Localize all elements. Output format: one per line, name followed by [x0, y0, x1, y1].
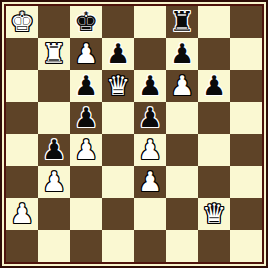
square-g4[interactable] [198, 134, 230, 166]
square-d4[interactable] [102, 134, 134, 166]
square-f7[interactable]: ♟ [166, 38, 198, 70]
square-a5[interactable] [6, 102, 38, 134]
square-d1[interactable] [102, 230, 134, 262]
square-f3[interactable] [166, 166, 198, 198]
square-h5[interactable] [230, 102, 262, 134]
black-king[interactable]: ♚ [74, 6, 98, 38]
square-h2[interactable] [230, 198, 262, 230]
square-d3[interactable] [102, 166, 134, 198]
chess-board: ♚♚♜♜♟♟♟♟♛♟♟♟♟♟♟♟♟♟♟♟♛ [6, 6, 262, 262]
white-pawn[interactable]: ♟ [74, 134, 98, 166]
square-f5[interactable] [166, 102, 198, 134]
square-b2[interactable] [38, 198, 70, 230]
square-c8[interactable]: ♚ [70, 6, 102, 38]
square-d5[interactable] [102, 102, 134, 134]
black-pawn[interactable]: ♟ [202, 70, 226, 102]
square-e5[interactable]: ♟ [134, 102, 166, 134]
square-b1[interactable] [38, 230, 70, 262]
square-f6[interactable]: ♟ [166, 70, 198, 102]
square-c7[interactable]: ♟ [70, 38, 102, 70]
black-pawn[interactable]: ♟ [138, 102, 162, 134]
square-c1[interactable] [70, 230, 102, 262]
white-pawn[interactable]: ♟ [42, 166, 66, 198]
square-a6[interactable] [6, 70, 38, 102]
black-pawn[interactable]: ♟ [138, 70, 162, 102]
square-a7[interactable] [6, 38, 38, 70]
square-h7[interactable] [230, 38, 262, 70]
square-c4[interactable]: ♟ [70, 134, 102, 166]
square-g8[interactable] [198, 6, 230, 38]
white-pawn[interactable]: ♟ [170, 70, 194, 102]
square-h8[interactable] [230, 6, 262, 38]
square-c5[interactable]: ♟ [70, 102, 102, 134]
square-g6[interactable]: ♟ [198, 70, 230, 102]
black-pawn[interactable]: ♟ [106, 38, 130, 70]
board-frame-cream-ring: ♚♚♜♜♟♟♟♟♛♟♟♟♟♟♟♟♟♟♟♟♛ [2, 2, 266, 266]
square-c3[interactable] [70, 166, 102, 198]
square-a2[interactable]: ♟ [6, 198, 38, 230]
square-c6[interactable]: ♟ [70, 70, 102, 102]
square-e7[interactable] [134, 38, 166, 70]
square-d8[interactable] [102, 6, 134, 38]
square-f4[interactable] [166, 134, 198, 166]
square-h4[interactable] [230, 134, 262, 166]
square-f8[interactable]: ♜ [166, 6, 198, 38]
white-pawn[interactable]: ♟ [74, 38, 98, 70]
square-f2[interactable] [166, 198, 198, 230]
square-e1[interactable] [134, 230, 166, 262]
black-pawn[interactable]: ♟ [42, 134, 66, 166]
board-frame-inner-ring: ♚♚♜♜♟♟♟♟♛♟♟♟♟♟♟♟♟♟♟♟♛ [4, 4, 264, 264]
square-g7[interactable] [198, 38, 230, 70]
square-g5[interactable] [198, 102, 230, 134]
square-e2[interactable] [134, 198, 166, 230]
square-a1[interactable] [6, 230, 38, 262]
square-e8[interactable] [134, 6, 166, 38]
white-pawn[interactable]: ♟ [138, 166, 162, 198]
square-b6[interactable] [38, 70, 70, 102]
white-pawn[interactable]: ♟ [10, 198, 34, 230]
square-a8[interactable]: ♚ [6, 6, 38, 38]
white-king[interactable]: ♚ [10, 6, 34, 38]
square-h6[interactable] [230, 70, 262, 102]
square-h3[interactable] [230, 166, 262, 198]
black-pawn[interactable]: ♟ [74, 70, 98, 102]
square-d2[interactable] [102, 198, 134, 230]
square-g3[interactable] [198, 166, 230, 198]
square-g1[interactable] [198, 230, 230, 262]
square-d6[interactable]: ♛ [102, 70, 134, 102]
square-a3[interactable] [6, 166, 38, 198]
white-pawn[interactable]: ♟ [138, 134, 162, 166]
square-d7[interactable]: ♟ [102, 38, 134, 70]
square-g2[interactable]: ♛ [198, 198, 230, 230]
square-e4[interactable]: ♟ [134, 134, 166, 166]
square-b8[interactable] [38, 6, 70, 38]
square-e6[interactable]: ♟ [134, 70, 166, 102]
square-b3[interactable]: ♟ [38, 166, 70, 198]
white-rook[interactable]: ♜ [42, 38, 66, 70]
white-queen[interactable]: ♛ [202, 198, 226, 230]
square-b4[interactable]: ♟ [38, 134, 70, 166]
black-pawn[interactable]: ♟ [170, 38, 194, 70]
board-frame-outer: ♚♚♜♜♟♟♟♟♛♟♟♟♟♟♟♟♟♟♟♟♛ [0, 0, 268, 268]
square-b7[interactable]: ♜ [38, 38, 70, 70]
square-e3[interactable]: ♟ [134, 166, 166, 198]
black-rook[interactable]: ♜ [170, 6, 194, 38]
square-b5[interactable] [38, 102, 70, 134]
square-f1[interactable] [166, 230, 198, 262]
black-pawn[interactable]: ♟ [74, 102, 98, 134]
square-h1[interactable] [230, 230, 262, 262]
square-c2[interactable] [70, 198, 102, 230]
square-a4[interactable] [6, 134, 38, 166]
white-queen[interactable]: ♛ [106, 70, 130, 102]
